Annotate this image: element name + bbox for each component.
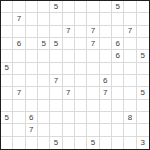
cell-r3c7[interactable] — [75, 26, 87, 38]
cell-r3c5[interactable] — [50, 26, 62, 38]
cell-r11c3-clue[interactable]: 7 — [26, 124, 38, 136]
cell-r10c10[interactable] — [112, 112, 124, 124]
cell-r9c5[interactable] — [50, 100, 62, 112]
cell-r4c5-clue[interactable]: 5 — [50, 38, 62, 50]
cell-r3c6-clue[interactable]: 7 — [63, 26, 75, 38]
cell-r12c9[interactable] — [100, 137, 112, 149]
cell-r6c11[interactable] — [124, 63, 136, 75]
cell-r10c9[interactable] — [100, 112, 112, 124]
cell-r12c1[interactable] — [1, 137, 13, 149]
cell-r10c4[interactable] — [38, 112, 50, 124]
cell-r3c12[interactable] — [137, 26, 149, 38]
cell-r8c12-clue[interactable]: 5 — [137, 87, 149, 99]
cell-r6c8[interactable] — [87, 63, 99, 75]
cell-r7c7[interactable] — [75, 75, 87, 87]
cell-r6c10[interactable] — [112, 63, 124, 75]
cell-r11c11[interactable] — [124, 124, 136, 136]
cell-r3c3[interactable] — [26, 26, 38, 38]
cell-r1c1[interactable] — [1, 1, 13, 13]
cell-r10c3-clue[interactable]: 6 — [26, 112, 38, 124]
cell-r12c7[interactable] — [75, 137, 87, 149]
cell-r7c3[interactable] — [26, 75, 38, 87]
cell-r5c4[interactable] — [38, 50, 50, 62]
cell-r4c1[interactable] — [1, 38, 13, 50]
cell-r2c12[interactable] — [137, 13, 149, 25]
cell-r12c2[interactable] — [13, 137, 25, 149]
cell-r11c6[interactable] — [63, 124, 75, 136]
cell-r5c12-clue[interactable]: 5 — [137, 50, 149, 62]
cell-r9c10[interactable] — [112, 100, 124, 112]
cell-r10c11-clue[interactable]: 8 — [124, 112, 136, 124]
cell-r10c7[interactable] — [75, 112, 87, 124]
cell-r1c3[interactable] — [26, 1, 38, 13]
cell-r1c9[interactable] — [100, 1, 112, 13]
cell-r11c12[interactable] — [137, 124, 149, 136]
cell-r2c1[interactable] — [1, 13, 13, 25]
cell-r6c1-clue[interactable]: 5 — [1, 63, 13, 75]
cell-r7c12[interactable] — [137, 75, 149, 87]
cell-r11c8[interactable] — [87, 124, 99, 136]
cell-r8c4[interactable] — [38, 87, 50, 99]
cell-r5c8[interactable] — [87, 50, 99, 62]
cell-r5c2[interactable] — [13, 50, 25, 62]
cell-r12c10[interactable] — [112, 137, 124, 149]
cell-r3c9[interactable] — [100, 26, 112, 38]
cell-r12c5-clue[interactable]: 5 — [50, 137, 62, 149]
cell-r4c4-clue[interactable]: 5 — [38, 38, 50, 50]
cell-r1c6[interactable] — [63, 1, 75, 13]
cell-r8c5[interactable] — [50, 87, 62, 99]
cell-r6c6[interactable] — [63, 63, 75, 75]
cell-r11c5[interactable] — [50, 124, 62, 136]
cell-r8c11[interactable] — [124, 87, 136, 99]
cell-r4c2-clue[interactable]: 6 — [13, 38, 25, 50]
cell-r10c6[interactable] — [63, 112, 75, 124]
cell-r7c9-clue[interactable]: 6 — [100, 75, 112, 87]
cell-r10c1-clue[interactable]: 5 — [1, 112, 13, 124]
cell-r12c11[interactable] — [124, 137, 136, 149]
cell-r6c2[interactable] — [13, 63, 25, 75]
cell-r2c4[interactable] — [38, 13, 50, 25]
cell-r9c7[interactable] — [75, 100, 87, 112]
puzzle-board: 557777655766557677755687553 — [0, 0, 150, 150]
cell-r10c2[interactable] — [13, 112, 25, 124]
cell-r9c1[interactable] — [1, 100, 13, 112]
cell-r3c4[interactable] — [38, 26, 50, 38]
cell-r11c9[interactable] — [100, 124, 112, 136]
cell-r4c11[interactable] — [124, 38, 136, 50]
cell-r1c2[interactable] — [13, 1, 25, 13]
cell-r12c3[interactable] — [26, 137, 38, 149]
cell-r2c7[interactable] — [75, 13, 87, 25]
cell-r5c10-clue[interactable]: 6 — [112, 50, 124, 62]
cell-r3c1[interactable] — [1, 26, 13, 38]
cell-r9c9[interactable] — [100, 100, 112, 112]
cell-r1c7[interactable] — [75, 1, 87, 13]
cell-r7c2[interactable] — [13, 75, 25, 87]
cell-r8c7[interactable] — [75, 87, 87, 99]
cell-r11c10[interactable] — [112, 124, 124, 136]
cell-r1c10-clue[interactable]: 5 — [112, 1, 124, 13]
cell-r6c4[interactable] — [38, 63, 50, 75]
cell-r5c5[interactable] — [50, 50, 62, 62]
cell-r2c5[interactable] — [50, 13, 62, 25]
cell-r1c4[interactable] — [38, 1, 50, 13]
cell-r9c12[interactable] — [137, 100, 149, 112]
cell-r3c2[interactable] — [13, 26, 25, 38]
cell-r7c5-clue[interactable]: 7 — [50, 75, 62, 87]
cell-r2c3[interactable] — [26, 13, 38, 25]
cell-r4c9[interactable] — [100, 38, 112, 50]
cell-r10c12[interactable] — [137, 112, 149, 124]
cell-r10c5[interactable] — [50, 112, 62, 124]
cell-r4c3[interactable] — [26, 38, 38, 50]
cell-r6c9[interactable] — [100, 63, 112, 75]
cell-r4c8-clue[interactable]: 7 — [87, 38, 99, 50]
cell-r4c7[interactable] — [75, 38, 87, 50]
cell-r7c4[interactable] — [38, 75, 50, 87]
cell-r6c7[interactable] — [75, 63, 87, 75]
cell-r12c4[interactable] — [38, 137, 50, 149]
cell-r5c6[interactable] — [63, 50, 75, 62]
cell-r6c12[interactable] — [137, 63, 149, 75]
cell-r12c6[interactable] — [63, 137, 75, 149]
cell-r2c10[interactable] — [112, 13, 124, 25]
cell-r5c9[interactable] — [100, 50, 112, 62]
cell-r9c3[interactable] — [26, 100, 38, 112]
cell-r6c3[interactable] — [26, 63, 38, 75]
cell-r8c2-clue[interactable]: 7 — [13, 87, 25, 99]
cell-r7c6[interactable] — [63, 75, 75, 87]
cell-r8c3[interactable] — [26, 87, 38, 99]
cell-r2c6[interactable] — [63, 13, 75, 25]
cell-r7c10[interactable] — [112, 75, 124, 87]
cell-r12c8-clue[interactable]: 5 — [87, 137, 99, 149]
cell-r2c8[interactable] — [87, 13, 99, 25]
cell-r8c10[interactable] — [112, 87, 124, 99]
cell-r7c1[interactable] — [1, 75, 13, 87]
cell-r9c11[interactable] — [124, 100, 136, 112]
cell-r6c5[interactable] — [50, 63, 62, 75]
cell-r2c9[interactable] — [100, 13, 112, 25]
cell-r1c8[interactable] — [87, 1, 99, 13]
cell-r9c6[interactable] — [63, 100, 75, 112]
cell-r9c2[interactable] — [13, 100, 25, 112]
cell-r1c12[interactable] — [137, 1, 149, 13]
cell-r4c6[interactable] — [63, 38, 75, 50]
cell-r11c7[interactable] — [75, 124, 87, 136]
cell-r10c8[interactable] — [87, 112, 99, 124]
cell-r7c11[interactable] — [124, 75, 136, 87]
cell-r7c8[interactable] — [87, 75, 99, 87]
cell-r3c8-clue[interactable]: 7 — [87, 26, 99, 38]
cell-r8c9-clue[interactable]: 7 — [100, 87, 112, 99]
cell-r4c10-clue[interactable]: 6 — [112, 38, 124, 50]
cell-r11c2[interactable] — [13, 124, 25, 136]
cell-r9c4[interactable] — [38, 100, 50, 112]
cell-r8c6-clue[interactable]: 7 — [63, 87, 75, 99]
cell-r11c4[interactable] — [38, 124, 50, 136]
cell-r9c8[interactable] — [87, 100, 99, 112]
cell-r12c12-clue[interactable]: 3 — [137, 137, 149, 149]
cell-r1c5-clue[interactable]: 5 — [50, 1, 62, 13]
cell-r3c10[interactable] — [112, 26, 124, 38]
cell-r8c8[interactable] — [87, 87, 99, 99]
cell-r5c11[interactable] — [124, 50, 136, 62]
cell-r11c1[interactable] — [1, 124, 13, 136]
cell-r1c11[interactable] — [124, 1, 136, 13]
cell-r4c12[interactable] — [137, 38, 149, 50]
cell-r2c2-clue[interactable]: 7 — [13, 13, 25, 25]
cell-r8c1[interactable] — [1, 87, 13, 99]
cell-r5c7[interactable] — [75, 50, 87, 62]
cell-r2c11[interactable] — [124, 13, 136, 25]
cell-r5c1[interactable] — [1, 50, 13, 62]
cell-r3c11-clue[interactable]: 7 — [124, 26, 136, 38]
cell-r5c3[interactable] — [26, 50, 38, 62]
